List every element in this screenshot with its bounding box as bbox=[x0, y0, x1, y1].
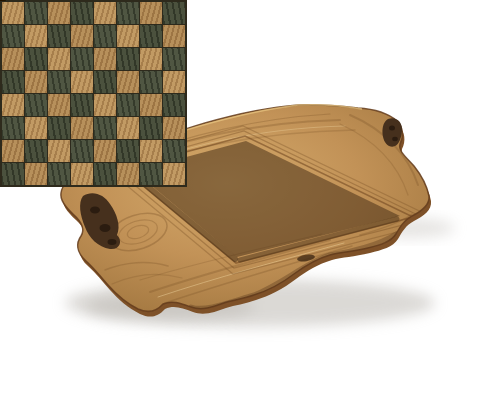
square-b6 bbox=[25, 48, 47, 70]
square-h5 bbox=[163, 71, 185, 93]
square-d8 bbox=[71, 2, 93, 24]
square-f5 bbox=[117, 71, 139, 93]
square-c7 bbox=[48, 25, 70, 47]
square-d5 bbox=[71, 71, 93, 93]
square-c2 bbox=[48, 140, 70, 162]
square-a3 bbox=[2, 117, 24, 139]
square-c1 bbox=[48, 163, 70, 185]
square-e8 bbox=[94, 2, 116, 24]
square-d4 bbox=[71, 94, 93, 116]
square-f6 bbox=[117, 48, 139, 70]
bark-spot bbox=[389, 126, 395, 131]
square-e7 bbox=[94, 25, 116, 47]
square-f7 bbox=[117, 25, 139, 47]
square-f3 bbox=[117, 117, 139, 139]
square-d3 bbox=[71, 117, 93, 139]
square-h6 bbox=[163, 48, 185, 70]
square-g6 bbox=[140, 48, 162, 70]
square-c8 bbox=[48, 2, 70, 24]
square-e1 bbox=[94, 163, 116, 185]
square-a1 bbox=[2, 163, 24, 185]
square-a6 bbox=[2, 48, 24, 70]
square-f4 bbox=[117, 94, 139, 116]
square-h7 bbox=[163, 25, 185, 47]
square-g5 bbox=[140, 71, 162, 93]
square-e6 bbox=[94, 48, 116, 70]
chess-set-product-photo: ♜♞♝♛♚♝♞♜♟♟♟♟♟♟♟♟♟♟♟♟♟♟♟♟♜♞♝♛♚♝♞♜ bbox=[0, 0, 500, 400]
square-e2 bbox=[94, 140, 116, 162]
square-d7 bbox=[71, 25, 93, 47]
square-b3 bbox=[25, 117, 47, 139]
square-h2 bbox=[163, 140, 185, 162]
bark-spot bbox=[90, 207, 100, 214]
bark-spot bbox=[108, 239, 117, 245]
square-f2 bbox=[117, 140, 139, 162]
square-b2 bbox=[25, 140, 47, 162]
bark-spot bbox=[392, 137, 398, 141]
square-d2 bbox=[71, 140, 93, 162]
square-f8 bbox=[117, 2, 139, 24]
square-b4 bbox=[25, 94, 47, 116]
square-g2 bbox=[140, 140, 162, 162]
square-g8 bbox=[140, 2, 162, 24]
square-b1 bbox=[25, 163, 47, 185]
square-h4 bbox=[163, 94, 185, 116]
square-f1 bbox=[117, 163, 139, 185]
square-e3 bbox=[94, 117, 116, 139]
square-a5 bbox=[2, 71, 24, 93]
square-c5 bbox=[48, 71, 70, 93]
chess-board bbox=[0, 0, 187, 187]
square-h8 bbox=[163, 2, 185, 24]
square-c4 bbox=[48, 94, 70, 116]
square-a4 bbox=[2, 94, 24, 116]
square-d6 bbox=[71, 48, 93, 70]
square-g7 bbox=[140, 25, 162, 47]
bark-spot bbox=[100, 224, 111, 232]
square-d1 bbox=[71, 163, 93, 185]
square-b8 bbox=[25, 2, 47, 24]
square-e4 bbox=[94, 94, 116, 116]
square-c3 bbox=[48, 117, 70, 139]
square-g3 bbox=[140, 117, 162, 139]
square-e5 bbox=[94, 71, 116, 93]
square-a2 bbox=[2, 140, 24, 162]
square-a7 bbox=[2, 25, 24, 47]
square-g4 bbox=[140, 94, 162, 116]
square-c6 bbox=[48, 48, 70, 70]
square-b5 bbox=[25, 71, 47, 93]
square-g1 bbox=[140, 163, 162, 185]
square-a8 bbox=[2, 2, 24, 24]
square-h3 bbox=[163, 117, 185, 139]
square-h1 bbox=[163, 163, 185, 185]
square-b7 bbox=[25, 25, 47, 47]
